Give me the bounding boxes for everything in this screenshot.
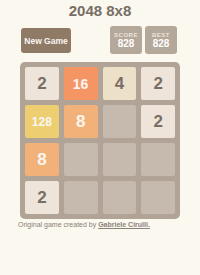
score-label: SCORE [114,32,138,38]
new-game-button[interactable]: New Game [21,28,71,53]
tile-2: 2 [141,105,175,138]
attribution-link[interactable]: Gabriele Cirulli. [98,221,150,228]
tile-4: 4 [103,67,137,100]
tile-8: 8 [64,105,98,138]
tile-2: 2 [25,67,59,100]
page-title: 2048 8x8 [0,2,200,19]
tile-8: 8 [25,143,59,176]
tile-16: 16 [64,67,98,100]
empty-cell-r3c3 [103,143,137,176]
best-value: 828 [153,39,170,49]
game-board[interactable]: 216421288282 [20,62,180,219]
tile-128: 128 [25,105,59,138]
empty-cell-r4c4 [141,181,175,214]
attribution: Original game created by Gabriele Cirull… [18,221,150,228]
empty-cell-r4c3 [103,181,137,214]
tile-2: 2 [25,181,59,214]
empty-cell-r3c2 [64,143,98,176]
best-box: BEST 828 [145,26,177,54]
score-box: SCORE 828 [110,26,142,54]
attribution-text: Original game created by [18,221,98,228]
best-label: BEST [152,32,170,38]
tile-2: 2 [141,67,175,100]
empty-cell-r2c3 [103,105,137,138]
empty-cell-r4c2 [64,181,98,214]
score-value: 828 [118,39,135,49]
empty-cell-r3c4 [141,143,175,176]
